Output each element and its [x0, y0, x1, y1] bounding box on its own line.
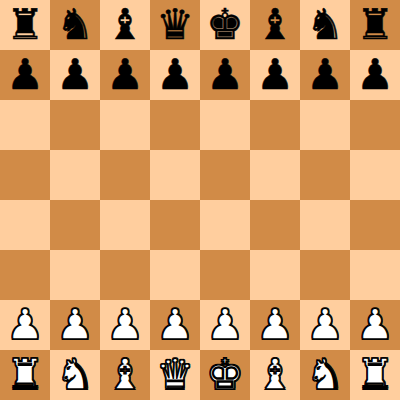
square-f2[interactable]: ♟: [250, 300, 300, 350]
square-a1[interactable]: ♜: [0, 350, 50, 400]
square-c8[interactable]: ♝: [100, 0, 150, 50]
square-c3[interactable]: [100, 250, 150, 300]
chess-board: ♜♞♝♛♚♝♞♜♟♟♟♟♟♟♟♟♟♟♟♟♟♟♟♟♜♞♝♛♚♝♞♜: [0, 0, 400, 400]
square-g5[interactable]: [300, 150, 350, 200]
piece-black-rook[interactable]: ♜: [6, 0, 44, 50]
square-f6[interactable]: [250, 100, 300, 150]
piece-white-pawn[interactable]: ♟: [56, 300, 94, 350]
square-b2[interactable]: ♟: [50, 300, 100, 350]
square-h8[interactable]: ♜: [350, 0, 400, 50]
square-a5[interactable]: [0, 150, 50, 200]
piece-black-pawn[interactable]: ♟: [56, 50, 94, 100]
square-e8[interactable]: ♚: [200, 0, 250, 50]
piece-white-pawn[interactable]: ♟: [106, 300, 144, 350]
square-b7[interactable]: ♟: [50, 50, 100, 100]
square-d7[interactable]: ♟: [150, 50, 200, 100]
piece-white-rook[interactable]: ♜: [356, 350, 394, 400]
piece-black-queen[interactable]: ♛: [156, 0, 194, 50]
square-h2[interactable]: ♟: [350, 300, 400, 350]
square-e1[interactable]: ♚: [200, 350, 250, 400]
square-d8[interactable]: ♛: [150, 0, 200, 50]
square-b4[interactable]: [50, 200, 100, 250]
piece-black-knight[interactable]: ♞: [306, 0, 344, 50]
piece-black-pawn[interactable]: ♟: [356, 50, 394, 100]
square-c6[interactable]: [100, 100, 150, 150]
piece-white-pawn[interactable]: ♟: [306, 300, 344, 350]
square-a2[interactable]: ♟: [0, 300, 50, 350]
square-g3[interactable]: [300, 250, 350, 300]
square-d6[interactable]: [150, 100, 200, 150]
square-h7[interactable]: ♟: [350, 50, 400, 100]
square-h1[interactable]: ♜: [350, 350, 400, 400]
square-e2[interactable]: ♟: [200, 300, 250, 350]
square-g4[interactable]: [300, 200, 350, 250]
square-c2[interactable]: ♟: [100, 300, 150, 350]
piece-white-rook[interactable]: ♜: [6, 350, 44, 400]
square-d4[interactable]: [150, 200, 200, 250]
piece-white-bishop[interactable]: ♝: [106, 350, 144, 400]
piece-black-pawn[interactable]: ♟: [206, 50, 244, 100]
piece-black-bishop[interactable]: ♝: [256, 0, 294, 50]
square-e7[interactable]: ♟: [200, 50, 250, 100]
square-b6[interactable]: [50, 100, 100, 150]
square-h3[interactable]: [350, 250, 400, 300]
square-e5[interactable]: [200, 150, 250, 200]
piece-black-rook[interactable]: ♜: [356, 0, 394, 50]
square-d5[interactable]: [150, 150, 200, 200]
square-h5[interactable]: [350, 150, 400, 200]
piece-white-pawn[interactable]: ♟: [356, 300, 394, 350]
square-h4[interactable]: [350, 200, 400, 250]
square-g8[interactable]: ♞: [300, 0, 350, 50]
square-g7[interactable]: ♟: [300, 50, 350, 100]
square-b1[interactable]: ♞: [50, 350, 100, 400]
square-f8[interactable]: ♝: [250, 0, 300, 50]
piece-white-pawn[interactable]: ♟: [6, 300, 44, 350]
square-h6[interactable]: [350, 100, 400, 150]
piece-white-pawn[interactable]: ♟: [256, 300, 294, 350]
square-c7[interactable]: ♟: [100, 50, 150, 100]
square-b5[interactable]: [50, 150, 100, 200]
square-a4[interactable]: [0, 200, 50, 250]
piece-white-king[interactable]: ♚: [206, 350, 244, 400]
piece-black-pawn[interactable]: ♟: [6, 50, 44, 100]
square-a7[interactable]: ♟: [0, 50, 50, 100]
square-c4[interactable]: [100, 200, 150, 250]
square-b3[interactable]: [50, 250, 100, 300]
square-f1[interactable]: ♝: [250, 350, 300, 400]
piece-black-king[interactable]: ♚: [206, 0, 244, 50]
square-e6[interactable]: [200, 100, 250, 150]
piece-white-bishop[interactable]: ♝: [256, 350, 294, 400]
square-f4[interactable]: [250, 200, 300, 250]
piece-black-pawn[interactable]: ♟: [106, 50, 144, 100]
square-e4[interactable]: [200, 200, 250, 250]
square-f5[interactable]: [250, 150, 300, 200]
piece-white-knight[interactable]: ♞: [56, 350, 94, 400]
piece-black-pawn[interactable]: ♟: [156, 50, 194, 100]
square-f7[interactable]: ♟: [250, 50, 300, 100]
square-a8[interactable]: ♜: [0, 0, 50, 50]
square-d3[interactable]: [150, 250, 200, 300]
piece-black-pawn[interactable]: ♟: [256, 50, 294, 100]
square-g1[interactable]: ♞: [300, 350, 350, 400]
square-c5[interactable]: [100, 150, 150, 200]
piece-black-bishop[interactable]: ♝: [106, 0, 144, 50]
square-a6[interactable]: [0, 100, 50, 150]
piece-white-queen[interactable]: ♛: [156, 350, 194, 400]
piece-white-pawn[interactable]: ♟: [206, 300, 244, 350]
square-f3[interactable]: [250, 250, 300, 300]
square-d1[interactable]: ♛: [150, 350, 200, 400]
square-e3[interactable]: [200, 250, 250, 300]
piece-black-knight[interactable]: ♞: [56, 0, 94, 50]
square-b8[interactable]: ♞: [50, 0, 100, 50]
square-d2[interactable]: ♟: [150, 300, 200, 350]
piece-black-pawn[interactable]: ♟: [306, 50, 344, 100]
square-g2[interactable]: ♟: [300, 300, 350, 350]
piece-white-knight[interactable]: ♞: [306, 350, 344, 400]
square-a3[interactable]: [0, 250, 50, 300]
square-c1[interactable]: ♝: [100, 350, 150, 400]
piece-white-pawn[interactable]: ♟: [156, 300, 194, 350]
square-g6[interactable]: [300, 100, 350, 150]
